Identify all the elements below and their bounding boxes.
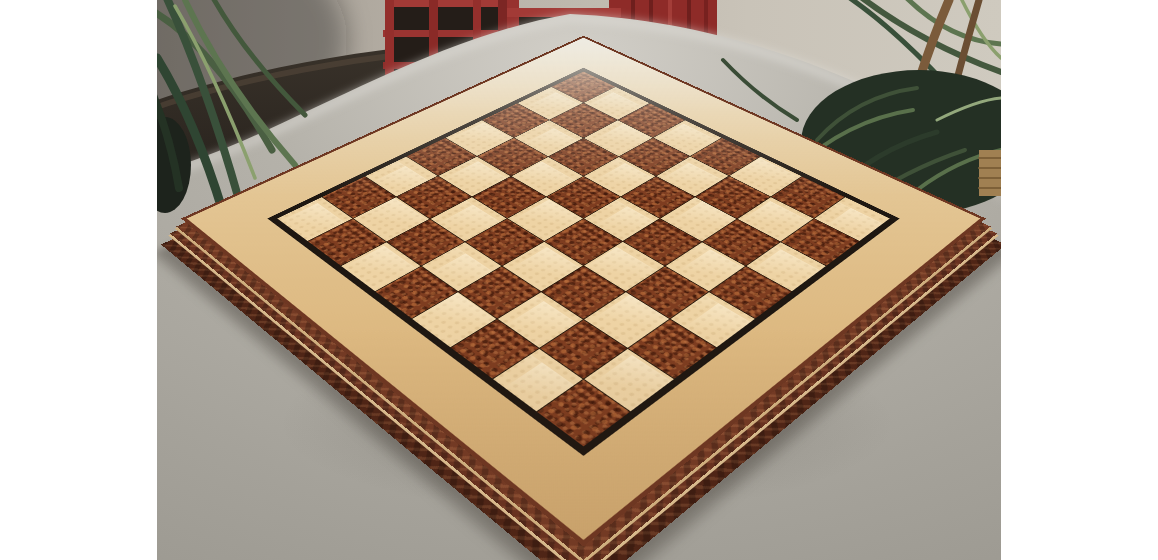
screenshot	[0, 0, 1158, 560]
chessboard	[299, 0, 868, 503]
product-photo	[157, 0, 1001, 560]
board-surface	[181, 36, 986, 547]
